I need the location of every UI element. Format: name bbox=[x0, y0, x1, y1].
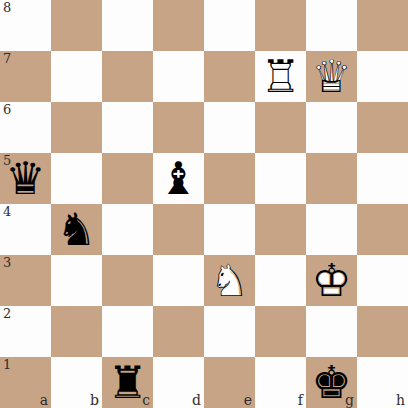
piece-black-knight-b4[interactable]: ♞ bbox=[51, 204, 102, 255]
white-rook-outline-glyph: ♖ bbox=[255, 51, 306, 102]
white-king-outline-glyph: ♔ bbox=[306, 255, 357, 306]
square-b3[interactable] bbox=[51, 255, 102, 306]
square-e1[interactable]: e bbox=[204, 357, 255, 408]
square-h7[interactable] bbox=[357, 51, 408, 102]
file-label-d: d bbox=[192, 393, 201, 408]
square-c3[interactable] bbox=[102, 255, 153, 306]
file-label-b: b bbox=[90, 393, 99, 408]
black-rook-glyph: ♜ bbox=[102, 357, 153, 408]
square-a2[interactable]: 2 bbox=[0, 306, 51, 357]
file-label-h: h bbox=[396, 393, 405, 408]
square-f6[interactable] bbox=[255, 102, 306, 153]
rank-label-2: 2 bbox=[3, 307, 11, 321]
square-g5[interactable] bbox=[306, 153, 357, 204]
square-g6[interactable] bbox=[306, 102, 357, 153]
square-d8[interactable] bbox=[153, 0, 204, 51]
square-e3[interactable]: ♞♘ bbox=[204, 255, 255, 306]
square-d6[interactable] bbox=[153, 102, 204, 153]
square-a3[interactable]: 3 bbox=[0, 255, 51, 306]
square-e4[interactable] bbox=[204, 204, 255, 255]
square-e6[interactable] bbox=[204, 102, 255, 153]
piece-black-bishop-d5[interactable]: ♝ bbox=[153, 153, 204, 204]
piece-black-rook-c1[interactable]: ♜ bbox=[102, 357, 153, 408]
square-a4[interactable]: 4 bbox=[0, 204, 51, 255]
square-b5[interactable] bbox=[51, 153, 102, 204]
square-h4[interactable] bbox=[357, 204, 408, 255]
piece-black-queen-a5[interactable]: ♛ bbox=[0, 153, 51, 204]
black-bishop-glyph: ♝ bbox=[153, 153, 204, 204]
square-f2[interactable] bbox=[255, 306, 306, 357]
file-label-a: a bbox=[40, 393, 48, 408]
square-g1[interactable]: g♚ bbox=[306, 357, 357, 408]
rank-label-7: 7 bbox=[3, 52, 11, 66]
square-f5[interactable] bbox=[255, 153, 306, 204]
square-a1[interactable]: 1a bbox=[0, 357, 51, 408]
square-h6[interactable] bbox=[357, 102, 408, 153]
square-b6[interactable] bbox=[51, 102, 102, 153]
square-d5[interactable]: ♝ bbox=[153, 153, 204, 204]
chess-board-container: 87♜♖♛♕65♛♝4♞3♞♘♚♔21abc♜defg♚h bbox=[0, 0, 408, 408]
square-g4[interactable] bbox=[306, 204, 357, 255]
square-c2[interactable] bbox=[102, 306, 153, 357]
square-f7[interactable]: ♜♖ bbox=[255, 51, 306, 102]
file-label-e: e bbox=[244, 393, 252, 408]
black-queen-glyph: ♛ bbox=[0, 153, 51, 204]
white-queen-outline-glyph: ♕ bbox=[306, 51, 357, 102]
chess-board: 87♜♖♛♕65♛♝4♞3♞♘♚♔21abc♜defg♚h bbox=[0, 0, 408, 408]
square-d3[interactable] bbox=[153, 255, 204, 306]
square-d4[interactable] bbox=[153, 204, 204, 255]
square-b8[interactable] bbox=[51, 0, 102, 51]
square-b2[interactable] bbox=[51, 306, 102, 357]
square-e7[interactable] bbox=[204, 51, 255, 102]
square-d7[interactable] bbox=[153, 51, 204, 102]
square-c7[interactable] bbox=[102, 51, 153, 102]
square-g3[interactable]: ♚♔ bbox=[306, 255, 357, 306]
square-g2[interactable] bbox=[306, 306, 357, 357]
square-a8[interactable]: 8 bbox=[0, 0, 51, 51]
square-c4[interactable] bbox=[102, 204, 153, 255]
square-a7[interactable]: 7 bbox=[0, 51, 51, 102]
square-f1[interactable]: f bbox=[255, 357, 306, 408]
square-f3[interactable] bbox=[255, 255, 306, 306]
square-b1[interactable]: b bbox=[51, 357, 102, 408]
square-b7[interactable] bbox=[51, 51, 102, 102]
square-d2[interactable] bbox=[153, 306, 204, 357]
rank-label-6: 6 bbox=[3, 103, 11, 117]
square-f8[interactable] bbox=[255, 0, 306, 51]
square-f4[interactable] bbox=[255, 204, 306, 255]
square-c6[interactable] bbox=[102, 102, 153, 153]
rank-label-3: 3 bbox=[3, 256, 11, 270]
square-h5[interactable] bbox=[357, 153, 408, 204]
rank-label-1: 1 bbox=[3, 358, 11, 372]
black-knight-glyph: ♞ bbox=[51, 204, 102, 255]
square-h2[interactable] bbox=[357, 306, 408, 357]
square-e5[interactable] bbox=[204, 153, 255, 204]
square-g7[interactable]: ♛♕ bbox=[306, 51, 357, 102]
square-a5[interactable]: 5♛ bbox=[0, 153, 51, 204]
piece-white-knight-e3[interactable]: ♞♘ bbox=[204, 255, 255, 306]
square-h1[interactable]: h bbox=[357, 357, 408, 408]
piece-white-queen-g7[interactable]: ♛♕ bbox=[306, 51, 357, 102]
square-h3[interactable] bbox=[357, 255, 408, 306]
square-c5[interactable] bbox=[102, 153, 153, 204]
rank-label-8: 8 bbox=[3, 1, 11, 15]
square-b4[interactable]: ♞ bbox=[51, 204, 102, 255]
square-c8[interactable] bbox=[102, 0, 153, 51]
square-h8[interactable] bbox=[357, 0, 408, 51]
black-king-glyph: ♚ bbox=[306, 357, 357, 408]
piece-white-king-g3[interactable]: ♚♔ bbox=[306, 255, 357, 306]
square-c1[interactable]: c♜ bbox=[102, 357, 153, 408]
piece-black-king-g1[interactable]: ♚ bbox=[306, 357, 357, 408]
white-knight-outline-glyph: ♘ bbox=[204, 255, 255, 306]
file-label-f: f bbox=[298, 393, 303, 408]
square-g8[interactable] bbox=[306, 0, 357, 51]
piece-white-rook-f7[interactable]: ♜♖ bbox=[255, 51, 306, 102]
square-a6[interactable]: 6 bbox=[0, 102, 51, 153]
rank-label-4: 4 bbox=[3, 205, 11, 219]
square-e8[interactable] bbox=[204, 0, 255, 51]
square-e2[interactable] bbox=[204, 306, 255, 357]
square-d1[interactable]: d bbox=[153, 357, 204, 408]
